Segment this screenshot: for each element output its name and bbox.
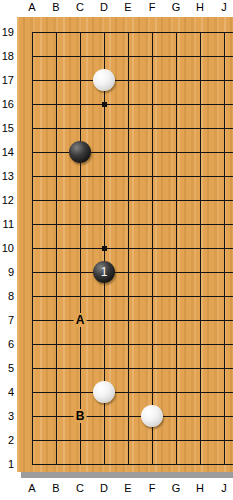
coord-label-col-top-F: F [149, 1, 156, 13]
coord-label-row-6: 6 [0, 338, 14, 350]
coord-label-col-top-B: B [52, 1, 59, 13]
coord-label-col-top-G: G [172, 1, 181, 13]
grid-line-horizontal [32, 296, 233, 297]
stone-white-F3[interactable] [141, 405, 163, 427]
coord-label-col-bottom-A: A [28, 482, 35, 494]
coord-label-col-top-D: D [100, 1, 108, 13]
coord-label-col-top-H: H [196, 1, 204, 13]
go-board[interactable]: AB1 [17, 17, 233, 472]
coord-label-col-bottom-D: D [100, 482, 108, 494]
coord-label-row-7: 7 [0, 314, 14, 326]
grid-line-horizontal [32, 128, 233, 129]
coord-label-row-13: 13 [0, 170, 14, 182]
coord-label-row-3: 3 [0, 410, 14, 422]
star-point-D10 [102, 246, 107, 251]
coord-label-col-bottom-B: B [52, 482, 59, 494]
coord-label-col-bottom-J: J [221, 482, 227, 494]
stone-black-D9[interactable]: 1 [93, 261, 115, 283]
grid-line-horizontal [32, 392, 233, 393]
coord-label-col-top-J: J [221, 1, 227, 13]
grid-line-horizontal [32, 272, 233, 273]
coord-label-row-18: 18 [0, 50, 14, 62]
coord-label-row-16: 16 [0, 98, 14, 110]
board-shadow [21, 472, 233, 478]
coord-label-col-bottom-H: H [196, 482, 204, 494]
coord-label-row-17: 17 [0, 74, 14, 86]
grid-line-horizontal [32, 80, 233, 81]
grid-line-horizontal [32, 344, 233, 345]
coord-label-col-top-C: C [76, 1, 84, 13]
coord-label-row-5: 5 [0, 362, 14, 374]
coord-label-row-19: 19 [0, 26, 14, 38]
grid-line-horizontal [32, 224, 233, 225]
annotation-letter-A: A [74, 313, 87, 327]
grid-line-horizontal [32, 152, 233, 153]
coord-label-row-2: 2 [0, 434, 14, 446]
coord-label-row-9: 9 [0, 266, 14, 278]
grid-line-horizontal [32, 32, 233, 33]
coord-label-col-bottom-G: G [172, 482, 181, 494]
grid-line-horizontal [32, 440, 233, 441]
grid-line-horizontal [32, 248, 233, 249]
stone-white-D17[interactable] [93, 69, 115, 91]
grid-line-horizontal [32, 56, 233, 57]
stone-black-C14[interactable] [69, 141, 91, 163]
coord-label-row-10: 10 [0, 242, 14, 254]
coord-label-col-bottom-C: C [76, 482, 84, 494]
coord-label-col-bottom-E: E [124, 482, 131, 494]
grid-line-horizontal [32, 464, 233, 465]
grid-line-horizontal [32, 104, 233, 105]
coord-label-row-11: 11 [0, 218, 14, 230]
grid-line-horizontal [32, 176, 233, 177]
coord-label-row-14: 14 [0, 146, 14, 158]
go-diagram: AB1 AABBCCDDEEFFGGHHJJ191817161514131211… [0, 0, 233, 500]
coord-label-row-4: 4 [0, 386, 14, 398]
grid-line-horizontal [32, 368, 233, 369]
grid-line-horizontal [32, 200, 233, 201]
coord-label-col-top-A: A [28, 1, 35, 13]
coord-label-row-15: 15 [0, 122, 14, 134]
grid-line-horizontal [32, 416, 233, 417]
coord-label-col-top-E: E [124, 1, 131, 13]
coord-label-row-12: 12 [0, 194, 14, 206]
grid-line-horizontal [32, 320, 233, 321]
star-point-D16 [102, 102, 107, 107]
coord-label-row-1: 1 [0, 458, 14, 470]
stone-white-D4[interactable] [93, 381, 115, 403]
coord-label-col-bottom-F: F [149, 482, 156, 494]
annotation-letter-B: B [74, 409, 87, 423]
move-number-label: 1 [101, 266, 108, 278]
coord-label-row-8: 8 [0, 290, 14, 302]
